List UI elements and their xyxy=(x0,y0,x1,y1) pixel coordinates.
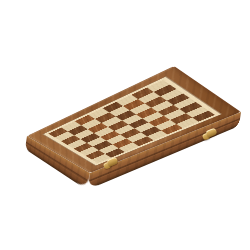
squares-grid xyxy=(48,80,215,163)
product-photo-scene xyxy=(0,0,250,250)
clasp-plate-icon xyxy=(107,156,119,166)
clasp-plate-icon xyxy=(206,127,218,137)
